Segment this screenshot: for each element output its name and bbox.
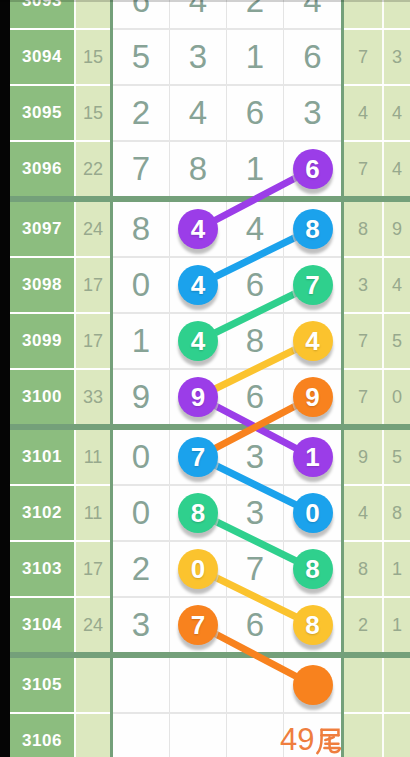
right-col-b-cell: 5 xyxy=(384,314,410,368)
digit-cell: 9 xyxy=(284,370,341,424)
right-col-a-cell: 7 xyxy=(344,142,382,196)
right-col-b-cell: 4 xyxy=(384,258,410,312)
chart-row: 310111073195 xyxy=(10,430,410,484)
digit-row: 7816 xyxy=(113,142,341,196)
digit-row: 0467 xyxy=(113,258,341,312)
digit-value: 1 xyxy=(132,322,150,360)
right-col-a-cell: 7 xyxy=(344,370,382,424)
right-col-a-cell: 2 xyxy=(344,598,382,652)
circle-digit: 7 xyxy=(191,442,205,473)
period-cell: 3094 xyxy=(10,30,74,84)
digit-cell: 7 xyxy=(113,142,170,196)
chart-row: 310317207881 xyxy=(10,542,410,596)
digit-cell: 7 xyxy=(170,430,227,484)
trend-dot xyxy=(293,665,333,705)
digit-cell: 6 xyxy=(227,258,284,312)
right-col-b-cell xyxy=(384,658,410,712)
circle-digit: 7 xyxy=(305,270,319,301)
digit-cell: 8 xyxy=(284,598,341,652)
digit-value: 3 xyxy=(303,94,321,132)
digit-cell: 4 xyxy=(284,0,341,28)
digit-value: 9 xyxy=(132,378,150,416)
digit-value: 1 xyxy=(246,38,264,76)
right-col-a-cell: 8 xyxy=(344,542,382,596)
chart-row: 309817046734 xyxy=(10,258,410,312)
digit-circle: 6 xyxy=(293,149,333,189)
digit-cell: 0 xyxy=(113,486,170,540)
digit-value: 2 xyxy=(246,0,264,20)
chart-row: 30936424 xyxy=(10,0,410,28)
digit-value: 7 xyxy=(246,550,264,588)
digit-value: 5 xyxy=(132,38,150,76)
digit-circle: 8 xyxy=(293,209,333,249)
digit-cell: 6 xyxy=(227,86,284,140)
digit-value: 2 xyxy=(132,550,150,588)
digit-value: 4 xyxy=(303,0,321,20)
digit-circle: 0 xyxy=(178,549,218,589)
digit-cell: 7 xyxy=(227,542,284,596)
lottery-trend-chart-screen: 3093642430941553167330951524634430962278… xyxy=(0,0,410,757)
right-col-b-cell: 1 xyxy=(384,598,410,652)
digit-cell: 0 xyxy=(284,486,341,540)
digit-circle: 7 xyxy=(178,437,218,477)
sum-cell xyxy=(76,658,110,712)
right-col-a-cell: 7 xyxy=(344,314,382,368)
digit-value: 0 xyxy=(132,266,150,304)
circle-digit: 4 xyxy=(191,214,205,245)
digit-cell: 0 xyxy=(113,258,170,312)
digit-cell: 8 xyxy=(284,202,341,256)
sum-cell: 11 xyxy=(76,430,110,484)
digit-cell: 3 xyxy=(227,486,284,540)
digit-cell: 1 xyxy=(284,430,341,484)
digit-circle: 9 xyxy=(293,377,333,417)
digit-cell: 4 xyxy=(284,314,341,368)
digit-value: 8 xyxy=(189,150,207,188)
period-cell: 3097 xyxy=(10,202,74,256)
digit-value: 4 xyxy=(189,0,207,20)
digit-cell xyxy=(113,714,170,757)
sum-cell: 15 xyxy=(76,86,110,140)
digit-cell xyxy=(284,658,341,712)
digit-cell: 4 xyxy=(170,202,227,256)
circle-digit: 4 xyxy=(191,326,205,357)
digit-value: 7 xyxy=(132,150,150,188)
digit-row: 3768 xyxy=(113,598,341,652)
digit-circle: 8 xyxy=(293,549,333,589)
tail-number-label: 49 xyxy=(280,722,345,757)
circle-digit: 9 xyxy=(305,382,319,413)
digit-cell: 9 xyxy=(170,370,227,424)
right-col-b-cell: 3 xyxy=(384,30,410,84)
circle-digit: 0 xyxy=(191,554,205,585)
circle-digit: 6 xyxy=(305,154,319,185)
wei-kanji-icon xyxy=(315,725,345,755)
right-col-a-cell: 9 xyxy=(344,430,382,484)
digit-row: 1484 xyxy=(113,314,341,368)
right-col-a-cell xyxy=(344,714,382,757)
tail-number-text: 49 xyxy=(280,722,314,757)
digit-cell: 7 xyxy=(170,598,227,652)
digit-circle: 4 xyxy=(178,265,218,305)
digit-cell: 2 xyxy=(113,542,170,596)
right-col-b-cell: 9 xyxy=(384,202,410,256)
chart-row: 3105 xyxy=(10,658,410,712)
digit-cell: 4 xyxy=(170,314,227,368)
digit-value: 0 xyxy=(132,438,150,476)
digit-cell xyxy=(170,658,227,712)
digit-value: 6 xyxy=(246,378,264,416)
period-cell: 3098 xyxy=(10,258,74,312)
digit-cell: 6 xyxy=(227,370,284,424)
chart-row: 309622781674 xyxy=(10,142,410,196)
sum-cell: 11 xyxy=(76,486,110,540)
digit-cell xyxy=(113,658,170,712)
digit-cell: 1 xyxy=(227,30,284,84)
digit-value: 0 xyxy=(132,494,150,532)
sum-cell xyxy=(76,0,110,28)
digit-value: 6 xyxy=(246,606,264,644)
digit-cell: 6 xyxy=(284,142,341,196)
digit-circle: 0 xyxy=(293,493,333,533)
circle-digit: 8 xyxy=(191,498,205,529)
right-col-b-cell xyxy=(384,714,410,757)
period-cell: 3106 xyxy=(10,714,74,757)
digit-value: 3 xyxy=(189,38,207,76)
chart-row: 309724844889 xyxy=(10,202,410,256)
period-cell: 3103 xyxy=(10,542,74,596)
digit-circle: 4 xyxy=(178,209,218,249)
digit-cell: 2 xyxy=(227,0,284,28)
digit-cell: 4 xyxy=(170,0,227,28)
digit-value: 6 xyxy=(303,38,321,76)
period-cell: 3095 xyxy=(10,86,74,140)
circle-digit: 0 xyxy=(305,498,319,529)
digit-cell: 1 xyxy=(113,314,170,368)
right-col-a-cell xyxy=(344,658,382,712)
right-col-b-cell: 4 xyxy=(384,86,410,140)
digit-cell: 4 xyxy=(227,202,284,256)
digit-circle: 4 xyxy=(293,321,333,361)
digit-cell xyxy=(227,714,284,757)
chart-row: 309515246344 xyxy=(10,86,410,140)
circle-digit: 9 xyxy=(191,382,205,413)
digit-value: 2 xyxy=(132,94,150,132)
sum-cell: 17 xyxy=(76,314,110,368)
top-edge-shadow xyxy=(0,0,410,2)
digit-cell xyxy=(227,658,284,712)
left-black-strip xyxy=(0,0,10,757)
sum-cell: 15 xyxy=(76,30,110,84)
period-cell: 3093 xyxy=(10,0,74,28)
digit-value: 4 xyxy=(246,210,264,248)
digit-row: 2463 xyxy=(113,86,341,140)
digit-row xyxy=(113,658,341,712)
right-col-b-cell: 0 xyxy=(384,370,410,424)
circle-digit: 1 xyxy=(305,442,319,473)
digit-value: 4 xyxy=(189,94,207,132)
digit-cell: 6 xyxy=(227,598,284,652)
digit-row: 9969 xyxy=(113,370,341,424)
chart-row: 310211083048 xyxy=(10,486,410,540)
digit-value: 6 xyxy=(246,266,264,304)
circle-digit: 8 xyxy=(305,554,319,585)
sum-cell xyxy=(76,714,110,757)
digit-cell: 4 xyxy=(170,258,227,312)
right-col-a-cell: 4 xyxy=(344,86,382,140)
digit-circle: 9 xyxy=(178,377,218,417)
digit-cell: 4 xyxy=(170,86,227,140)
circle-digit: 8 xyxy=(305,214,319,245)
sum-cell: 17 xyxy=(76,258,110,312)
circle-digit: 4 xyxy=(191,270,205,301)
digit-row: 2078 xyxy=(113,542,341,596)
digit-value: 3 xyxy=(246,494,264,532)
chart-row: 310424376821 xyxy=(10,598,410,652)
sum-cell: 22 xyxy=(76,142,110,196)
digit-circle: 1 xyxy=(293,437,333,477)
digit-cell: 2 xyxy=(113,86,170,140)
digit-cell xyxy=(170,714,227,757)
chart-row: 309917148475 xyxy=(10,314,410,368)
digit-value: 1 xyxy=(246,150,264,188)
right-col-b-cell: 1 xyxy=(384,542,410,596)
digit-value: 6 xyxy=(132,0,150,20)
digit-value: 8 xyxy=(246,322,264,360)
right-col-b-cell: 8 xyxy=(384,486,410,540)
right-col-a-cell: 7 xyxy=(344,30,382,84)
digit-cell: 8 xyxy=(227,314,284,368)
chart-row: 310649 xyxy=(10,714,410,757)
digit-row: 0830 xyxy=(113,486,341,540)
digit-cell: 8 xyxy=(113,202,170,256)
digit-cell: 8 xyxy=(170,142,227,196)
digit-value: 3 xyxy=(246,438,264,476)
period-cell: 3104 xyxy=(10,598,74,652)
digit-circle: 7 xyxy=(293,265,333,305)
right-col-b-cell: 4 xyxy=(384,142,410,196)
circle-digit: 7 xyxy=(191,610,205,641)
sum-cell: 24 xyxy=(76,202,110,256)
chart-row: 310033996970 xyxy=(10,370,410,424)
digit-cell: 1 xyxy=(227,142,284,196)
sum-cell: 24 xyxy=(76,598,110,652)
right-col-a-cell: 4 xyxy=(344,486,382,540)
right-col-a-cell: 3 xyxy=(344,258,382,312)
digit-cell: 7 xyxy=(284,258,341,312)
digit-cell: 8 xyxy=(170,486,227,540)
sum-cell: 33 xyxy=(76,370,110,424)
right-col-a-cell xyxy=(344,0,382,28)
period-cell: 3099 xyxy=(10,314,74,368)
digit-value: 8 xyxy=(132,210,150,248)
digit-cell: 3 xyxy=(284,86,341,140)
digit-cell: 0 xyxy=(113,430,170,484)
digit-row: 0731 xyxy=(113,430,341,484)
period-cell: 3101 xyxy=(10,430,74,484)
digit-circle: 8 xyxy=(178,493,218,533)
circle-digit: 4 xyxy=(305,326,319,357)
digit-circle: 8 xyxy=(293,605,333,645)
digit-cell: 3 xyxy=(113,598,170,652)
digit-row: 8448 xyxy=(113,202,341,256)
circle-digit: 8 xyxy=(305,610,319,641)
sum-cell: 17 xyxy=(76,542,110,596)
digit-row: 6424 xyxy=(113,0,341,28)
digit-cell: 6 xyxy=(284,30,341,84)
digit-cell: 8 xyxy=(284,542,341,596)
digit-value: 3 xyxy=(132,606,150,644)
period-cell: 3100 xyxy=(10,370,74,424)
digit-cell: 3 xyxy=(227,430,284,484)
period-cell: 3096 xyxy=(10,142,74,196)
digit-cell: 0 xyxy=(170,542,227,596)
period-cell: 3105 xyxy=(10,658,74,712)
digit-cell: 3 xyxy=(170,30,227,84)
digit-cell: 6 xyxy=(113,0,170,28)
right-col-b-cell xyxy=(384,0,410,28)
digit-cell: 9 xyxy=(113,370,170,424)
chart-row: 309415531673 xyxy=(10,30,410,84)
right-col-a-cell: 8 xyxy=(344,202,382,256)
period-cell: 3102 xyxy=(10,486,74,540)
digit-circle: 7 xyxy=(178,605,218,645)
right-col-b-cell: 5 xyxy=(384,430,410,484)
digit-cell: 5 xyxy=(113,30,170,84)
digit-value: 6 xyxy=(246,94,264,132)
digit-row: 5316 xyxy=(113,30,341,84)
digit-circle: 4 xyxy=(178,321,218,361)
